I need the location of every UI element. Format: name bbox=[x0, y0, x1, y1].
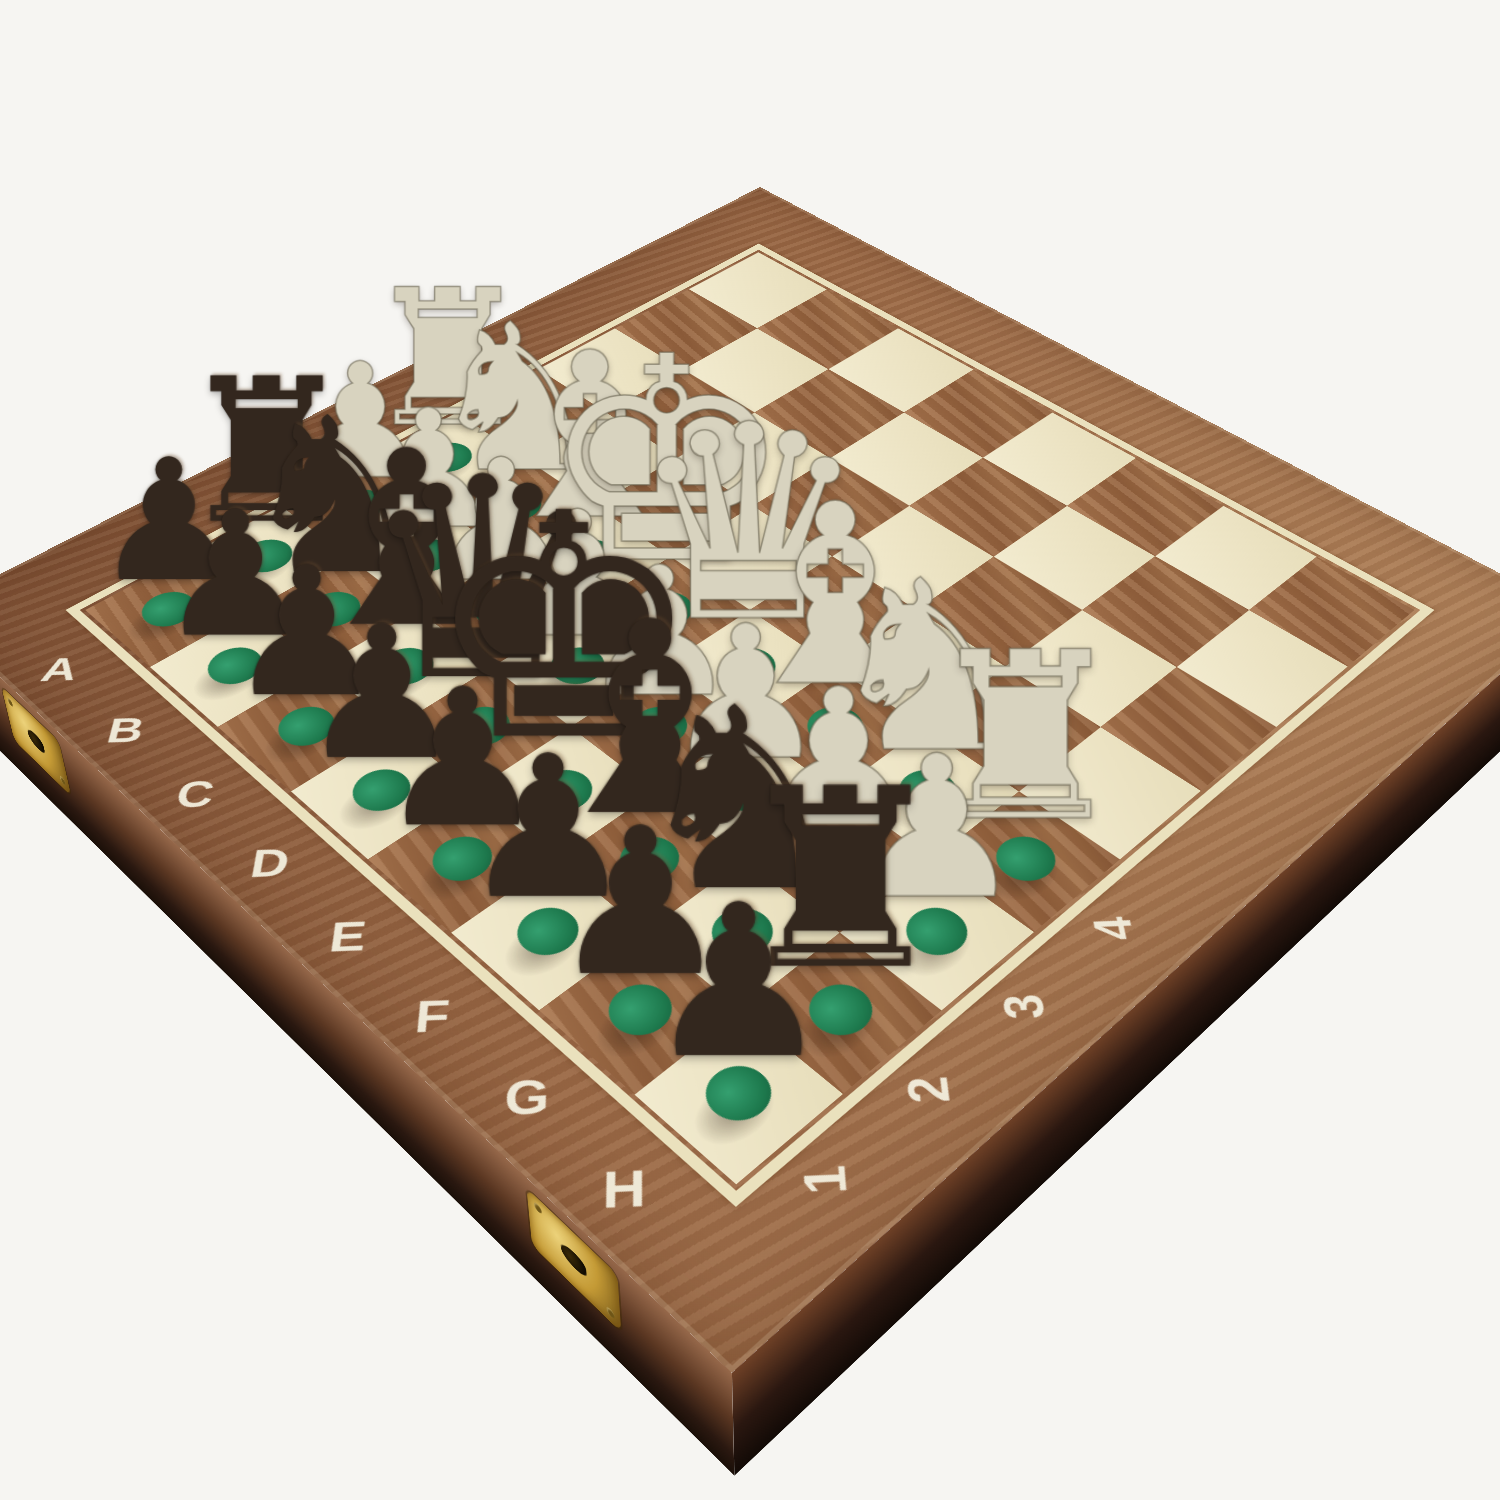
chess-board: ABCDEFGH1234 ♟♟♟♟♟♟♟♟♜♞♝♛♚♝♞♜♟♟♟♟♟♟♟♟♜♞♝… bbox=[0, 187, 1500, 1373]
hinge-keyhole bbox=[560, 1239, 587, 1280]
hinge-keyhole bbox=[26, 726, 46, 757]
chess-piece-dark-pawn-H1[interactable]: ♟ bbox=[575, 883, 901, 1094]
hinge-screw bbox=[534, 1201, 542, 1215]
hinge-screw bbox=[59, 775, 65, 787]
pieces-layer: ♟♟♟♟♟♟♟♟♜♞♝♛♚♝♞♜♟♟♟♟♟♟♟♟♜♞♝♚♛♝♞♜ bbox=[0, 187, 1500, 1373]
chess-box: ABCDEFGH1234 ♟♟♟♟♟♟♟♟♜♞♝♛♚♝♞♜♟♟♟♟♟♟♟♟♜♞♝… bbox=[0, 187, 1500, 1373]
photo-scene: ABCDEFGH1234 ♟♟♟♟♟♟♟♟♜♞♝♛♚♝♞♜♟♟♟♟♟♟♟♟♜♞♝… bbox=[0, 0, 1500, 1500]
hinge-screw bbox=[606, 1305, 614, 1320]
hinge-screw bbox=[7, 696, 13, 707]
dark-pawn-glyph: ♟ bbox=[575, 883, 901, 1083]
